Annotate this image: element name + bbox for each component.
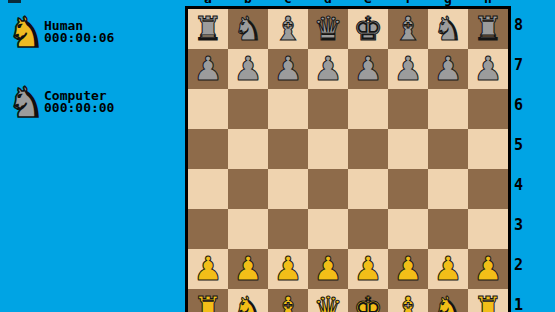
square-g5[interactable]: [428, 129, 468, 169]
square-b3[interactable]: [228, 209, 268, 249]
square-f5[interactable]: [388, 129, 428, 169]
square-f6[interactable]: [388, 89, 428, 129]
piece-white-pawn: ♟: [388, 249, 428, 289]
computer-clock: 000:00:00: [44, 102, 114, 114]
piece-black-queen: ♛: [308, 9, 348, 49]
square-d6[interactable]: [308, 89, 348, 129]
piece-white-pawn: ♟: [228, 249, 268, 289]
piece-black-pawn: ♟: [268, 49, 308, 89]
square-d4[interactable]: [308, 169, 348, 209]
square-h8[interactable]: ♜: [468, 9, 508, 49]
piece-black-pawn: ♟: [428, 49, 468, 89]
square-f2[interactable]: ♟: [388, 249, 428, 289]
square-e6[interactable]: [348, 89, 388, 129]
piece-white-pawn: ♟: [468, 249, 508, 289]
square-e3[interactable]: [348, 209, 388, 249]
square-d5[interactable]: [308, 129, 348, 169]
piece-black-bishop: ♝: [388, 9, 428, 49]
square-g8[interactable]: ♞: [428, 9, 468, 49]
rank-label-6: 6: [514, 89, 530, 129]
clipped-menu-artifact: [8, 0, 21, 3]
square-b2[interactable]: ♟: [228, 249, 268, 289]
square-b8[interactable]: ♞: [228, 9, 268, 49]
square-c4[interactable]: [268, 169, 308, 209]
square-h7[interactable]: ♟: [468, 49, 508, 89]
square-e1[interactable]: ♚: [348, 289, 388, 312]
square-d3[interactable]: [308, 209, 348, 249]
square-c2[interactable]: ♟: [268, 249, 308, 289]
piece-black-knight: ♞: [228, 9, 268, 49]
square-f3[interactable]: [388, 209, 428, 249]
square-d8[interactable]: ♛: [308, 9, 348, 49]
rank-label-8: 8: [514, 9, 530, 49]
piece-black-pawn: ♟: [188, 49, 228, 89]
rank-label-5: 5: [514, 129, 530, 169]
human-info: Human 000:00:06: [44, 20, 114, 44]
rank-label-2: 2: [514, 249, 530, 289]
square-c7[interactable]: ♟: [268, 49, 308, 89]
square-c8[interactable]: ♝: [268, 9, 308, 49]
piece-black-king: ♚: [348, 9, 388, 49]
square-f8[interactable]: ♝: [388, 9, 428, 49]
computer-knight-icon: ♞: [6, 82, 46, 122]
square-b4[interactable]: [228, 169, 268, 209]
square-e8[interactable]: ♚: [348, 9, 388, 49]
square-g3[interactable]: [428, 209, 468, 249]
square-f4[interactable]: [388, 169, 428, 209]
piece-white-pawn: ♟: [308, 249, 348, 289]
square-h5[interactable]: [468, 129, 508, 169]
computer-info: Computer 000:00:00: [44, 90, 114, 114]
chess-board: ♜♞♝♛♚♝♞♜♟♟♟♟♟♟♟♟♟♟♟♟♟♟♟♟♜♞♝♛♚♝♞♜: [188, 9, 508, 312]
piece-black-pawn: ♟: [388, 49, 428, 89]
piece-white-king: ♚: [348, 289, 388, 312]
piece-black-pawn: ♟: [308, 49, 348, 89]
square-f7[interactable]: ♟: [388, 49, 428, 89]
square-d2[interactable]: ♟: [308, 249, 348, 289]
square-a3[interactable]: [188, 209, 228, 249]
square-a5[interactable]: [188, 129, 228, 169]
piece-white-pawn: ♟: [428, 249, 468, 289]
piece-white-pawn: ♟: [268, 249, 308, 289]
square-f1[interactable]: ♝: [388, 289, 428, 312]
square-g4[interactable]: [428, 169, 468, 209]
piece-black-pawn: ♟: [228, 49, 268, 89]
square-a8[interactable]: ♜: [188, 9, 228, 49]
piece-white-pawn: ♟: [188, 249, 228, 289]
piece-white-bishop: ♝: [388, 289, 428, 312]
square-h2[interactable]: ♟: [468, 249, 508, 289]
piece-black-pawn: ♟: [468, 49, 508, 89]
square-b6[interactable]: [228, 89, 268, 129]
square-h3[interactable]: [468, 209, 508, 249]
rank-label-7: 7: [514, 49, 530, 89]
square-a2[interactable]: ♟: [188, 249, 228, 289]
square-e7[interactable]: ♟: [348, 49, 388, 89]
piece-white-pawn: ♟: [348, 249, 388, 289]
square-e5[interactable]: [348, 129, 388, 169]
piece-black-rook: ♜: [468, 9, 508, 49]
piece-black-pawn: ♟: [348, 49, 388, 89]
square-c6[interactable]: [268, 89, 308, 129]
piece-white-knight: ♞: [428, 289, 468, 312]
rank-label-3: 3: [514, 209, 530, 249]
piece-white-queen: ♛: [308, 289, 348, 312]
piece-black-knight: ♞: [428, 9, 468, 49]
piece-white-knight: ♞: [228, 289, 268, 312]
square-e4[interactable]: [348, 169, 388, 209]
square-e2[interactable]: ♟: [348, 249, 388, 289]
piece-white-bishop: ♝: [268, 289, 308, 312]
rank-labels-column: 87654321: [514, 9, 530, 312]
square-g1[interactable]: ♞: [428, 289, 468, 312]
board-frame: ♜♞♝♛♚♝♞♜♟♟♟♟♟♟♟♟♟♟♟♟♟♟♟♟♜♞♝♛♚♝♞♜: [185, 6, 511, 312]
human-knight-icon: ♞: [6, 12, 46, 52]
piece-white-rook: ♜: [468, 289, 508, 312]
piece-black-bishop: ♝: [268, 9, 308, 49]
rank-label-1: 1: [514, 289, 530, 312]
square-g7[interactable]: ♟: [428, 49, 468, 89]
square-a7[interactable]: ♟: [188, 49, 228, 89]
square-g6[interactable]: [428, 89, 468, 129]
square-g2[interactable]: ♟: [428, 249, 468, 289]
square-h4[interactable]: [468, 169, 508, 209]
piece-black-rook: ♜: [188, 9, 228, 49]
square-c1[interactable]: ♝: [268, 289, 308, 312]
square-b7[interactable]: ♟: [228, 49, 268, 89]
square-d1[interactable]: ♛: [308, 289, 348, 312]
square-b5[interactable]: [228, 129, 268, 169]
square-a6[interactable]: [188, 89, 228, 129]
square-a4[interactable]: [188, 169, 228, 209]
square-c3[interactable]: [268, 209, 308, 249]
square-d7[interactable]: ♟: [308, 49, 348, 89]
square-c5[interactable]: [268, 129, 308, 169]
square-h6[interactable]: [468, 89, 508, 129]
square-b1[interactable]: ♞: [228, 289, 268, 312]
human-clock: 000:00:06: [44, 32, 114, 44]
square-a1[interactable]: ♜: [188, 289, 228, 312]
chess-app-screen: ♞ Human 000:00:06 ♞ Computer 000:00:00 a…: [0, 0, 555, 312]
square-h1[interactable]: ♜: [468, 289, 508, 312]
piece-white-rook: ♜: [188, 289, 228, 312]
rank-label-4: 4: [514, 169, 530, 209]
